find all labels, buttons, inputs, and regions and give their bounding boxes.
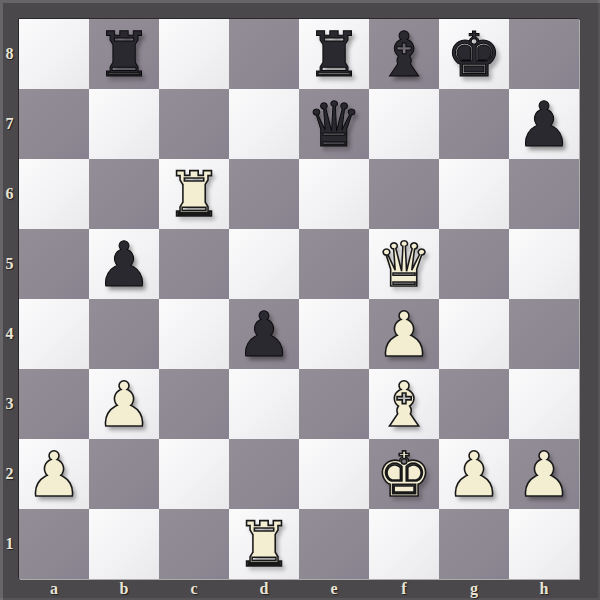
square-a5[interactable] [19,229,89,299]
file-label-h: h [509,579,579,600]
piece-white-bishop-f3[interactable]: ♝ [369,369,439,439]
file-label-c: c [159,579,229,600]
square-f4[interactable]: ♟ [369,299,439,369]
square-c3[interactable] [159,369,229,439]
square-d7[interactable] [229,89,299,159]
square-g8[interactable]: ♚ [439,19,509,89]
square-e7[interactable]: ♛ [299,89,369,159]
rank-label-2: 2 [0,439,19,509]
piece-white-queen-f5[interactable]: ♛ [369,229,439,299]
square-b6[interactable] [89,159,159,229]
square-d6[interactable] [229,159,299,229]
square-g5[interactable] [439,229,509,299]
square-f8[interactable]: ♝ [369,19,439,89]
piece-white-pawn-a2[interactable]: ♟ [19,439,89,509]
square-e2[interactable] [299,439,369,509]
rank-label-3: 3 [0,369,19,439]
square-b1[interactable] [89,509,159,579]
square-e1[interactable] [299,509,369,579]
square-d8[interactable] [229,19,299,89]
square-f7[interactable] [369,89,439,159]
file-label-a: a [19,579,89,600]
rank-labels: 87654321 [0,19,19,579]
square-a1[interactable] [19,509,89,579]
square-e4[interactable] [299,299,369,369]
piece-black-pawn-d4[interactable]: ♟ [229,299,299,369]
square-c4[interactable] [159,299,229,369]
square-g1[interactable] [439,509,509,579]
file-label-b: b [89,579,159,600]
square-c2[interactable] [159,439,229,509]
square-c6[interactable]: ♜ [159,159,229,229]
square-a4[interactable] [19,299,89,369]
square-f2[interactable]: ♚ [369,439,439,509]
square-h3[interactable] [509,369,579,439]
square-a6[interactable] [19,159,89,229]
square-c5[interactable] [159,229,229,299]
square-b7[interactable] [89,89,159,159]
square-h5[interactable] [509,229,579,299]
piece-black-rook-e8[interactable]: ♜ [299,19,369,89]
file-label-f: f [369,579,439,600]
square-d5[interactable] [229,229,299,299]
square-f5[interactable]: ♛ [369,229,439,299]
rank-label-6: 6 [0,159,19,229]
square-h1[interactable] [509,509,579,579]
piece-white-rook-d1[interactable]: ♜ [229,509,299,579]
piece-black-bishop-f8[interactable]: ♝ [369,19,439,89]
piece-black-pawn-h7[interactable]: ♟ [509,89,579,159]
rank-label-1: 1 [0,509,19,579]
square-a7[interactable] [19,89,89,159]
piece-black-pawn-b5[interactable]: ♟ [89,229,159,299]
chess-board: ♜♜♝♚♛♟♜♟♛♟♟♟♝♟♚♟♟♜ [19,19,579,579]
piece-black-king-g8[interactable]: ♚ [439,19,509,89]
square-g4[interactable] [439,299,509,369]
square-b4[interactable] [89,299,159,369]
square-f1[interactable] [369,509,439,579]
square-c1[interactable] [159,509,229,579]
square-a2[interactable]: ♟ [19,439,89,509]
square-g2[interactable]: ♟ [439,439,509,509]
square-b3[interactable]: ♟ [89,369,159,439]
square-h2[interactable]: ♟ [509,439,579,509]
square-b5[interactable]: ♟ [89,229,159,299]
square-h8[interactable] [509,19,579,89]
square-a8[interactable] [19,19,89,89]
piece-white-rook-c6[interactable]: ♜ [159,159,229,229]
file-label-g: g [439,579,509,600]
square-g6[interactable] [439,159,509,229]
piece-black-rook-b8[interactable]: ♜ [89,19,159,89]
file-label-d: d [229,579,299,600]
square-b2[interactable] [89,439,159,509]
piece-white-pawn-h2[interactable]: ♟ [509,439,579,509]
rank-label-5: 5 [0,229,19,299]
piece-black-queen-e7[interactable]: ♛ [299,89,369,159]
square-e3[interactable] [299,369,369,439]
file-label-e: e [299,579,369,600]
square-d1[interactable]: ♜ [229,509,299,579]
square-c7[interactable] [159,89,229,159]
square-f3[interactable]: ♝ [369,369,439,439]
piece-white-pawn-g2[interactable]: ♟ [439,439,509,509]
square-h6[interactable] [509,159,579,229]
square-h7[interactable]: ♟ [509,89,579,159]
square-h4[interactable] [509,299,579,369]
file-labels: abcdefgh [19,579,579,600]
piece-white-pawn-b3[interactable]: ♟ [89,369,159,439]
square-b8[interactable]: ♜ [89,19,159,89]
piece-white-pawn-f4[interactable]: ♟ [369,299,439,369]
rank-label-8: 8 [0,19,19,89]
square-a3[interactable] [19,369,89,439]
rank-label-4: 4 [0,299,19,369]
square-e8[interactable]: ♜ [299,19,369,89]
square-d2[interactable] [229,439,299,509]
square-e5[interactable] [299,229,369,299]
chess-board-frame: 87654321 ♜♜♝♚♛♟♜♟♛♟♟♟♝♟♚♟♟♜ abcdefgh [0,0,600,600]
square-d3[interactable] [229,369,299,439]
square-g3[interactable] [439,369,509,439]
square-d4[interactable]: ♟ [229,299,299,369]
piece-white-king-f2[interactable]: ♚ [369,439,439,509]
square-g7[interactable] [439,89,509,159]
rank-label-7: 7 [0,89,19,159]
square-e6[interactable] [299,159,369,229]
square-c8[interactable] [159,19,229,89]
square-f6[interactable] [369,159,439,229]
